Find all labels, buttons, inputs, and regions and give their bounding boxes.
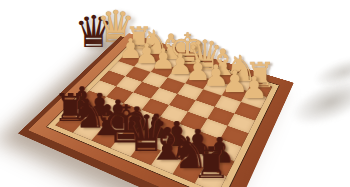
board-cast-shadow xyxy=(284,69,350,135)
photo-scene: ♛ ♛ ♜♞♝♚♛♝♞♜♟♟♟♟♟♟♟♟♟♟♟♟♟♟♟♟♜♞♝♚♛♝♞♜ xyxy=(0,0,350,187)
white-pawn-a2: ♟ xyxy=(240,72,267,102)
board-grid: ♜♞♝♚♛♝♞♜♟♟♟♟♟♟♟♟♟♟♟♟♟♟♟♟♜♞♝♚♛♝♞♜ xyxy=(55,44,272,187)
chess-board-3d: ♜♞♝♚♛♝♞♜♟♟♟♟♟♟♟♟♟♟♟♟♟♟♟♟♜♞♝♚♛♝♞♜ xyxy=(28,33,294,187)
board-frame: ♜♞♝♚♛♝♞♜♟♟♟♟♟♟♟♟♟♟♟♟♟♟♟♟♜♞♝♚♛♝♞♜ xyxy=(28,33,294,187)
black-rook-a8: ♜ xyxy=(191,141,230,184)
square-a8: ♜ xyxy=(195,168,227,187)
far-pieces-shadow xyxy=(310,51,350,94)
board-surface: ♜♞♝♚♛♝♞♜♟♟♟♟♟♟♟♟♟♟♟♟♟♟♟♟♜♞♝♚♛♝♞♜ xyxy=(46,40,280,187)
